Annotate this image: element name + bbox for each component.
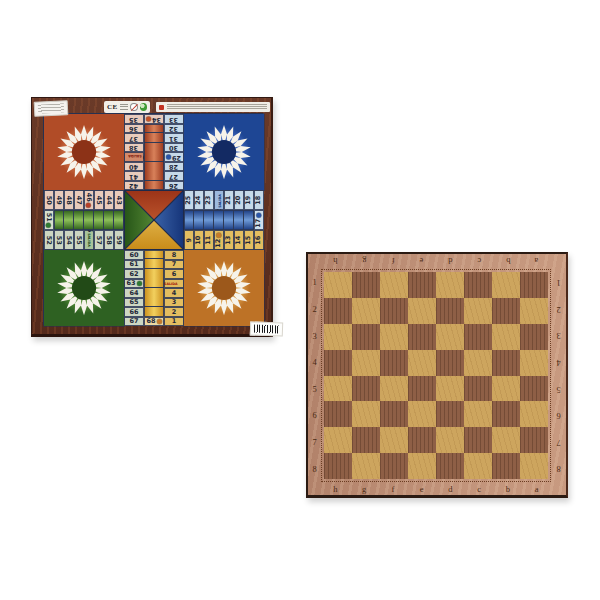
square-e5[interactable] [408,376,436,402]
square-c3[interactable] [464,324,492,350]
parchis-cell-31[interactable]: 31 [164,133,184,143]
parchis-playing-field: 3536373839SALIDA404142343332313029282726… [43,113,263,325]
coord-rank-4: 4 [551,349,566,376]
safe-space-dot-12 [217,232,222,237]
parchis-cell-27[interactable]: 27 [164,171,184,181]
parchis-arm-blue: 25242322SALIDA2120191817910111213141516 [184,190,264,250]
parchis-cell-48[interactable]: 48 [64,190,74,210]
parchis-cell-49[interactable]: 49 [54,190,64,210]
square-g8[interactable] [352,453,380,479]
barcode-bars [254,325,279,334]
cell-number: 10 [196,235,203,244]
parchis-cell-26[interactable]: 26 [164,181,184,191]
cell-number: 44 [106,195,113,204]
square-g4[interactable] [352,350,380,376]
square-c7[interactable] [464,427,492,453]
cell-number: 16 [256,235,263,244]
cell-number: 28 [169,163,178,170]
square-e2[interactable] [408,298,436,324]
cell-number: 8 [172,252,177,259]
parchis-cell-59[interactable]: 59 [114,230,124,250]
green-dot-recycle-icon [140,103,147,111]
cell-number: 22 [216,208,223,210]
parchis-cell-67[interactable]: 67 [124,317,144,327]
cell-number: 68 [146,318,155,325]
coord-file-c: c [465,482,494,495]
square-a4[interactable] [520,350,548,376]
parchis-cell-38[interactable]: 38 [124,143,144,153]
coord-rank-2: 2 [551,296,566,323]
square-h2[interactable] [324,298,352,324]
cell-number: 20 [236,195,243,204]
parchis-cell-68[interactable]: 68 [144,317,164,327]
square-f2[interactable] [380,298,408,324]
square-h5[interactable] [324,376,352,402]
square-b3[interactable] [492,324,520,350]
cell-number: 45 [96,195,103,204]
parchis-cell-45[interactable]: 45 [94,190,104,210]
square-f4[interactable] [380,350,408,376]
cell-number: 23 [206,195,213,204]
parchis-cell-30[interactable]: 30 [164,143,184,153]
parchis-cell-50[interactable]: 50 [44,190,54,210]
cell-number: 66 [129,309,138,316]
parchis-cell-47[interactable]: 47 [74,190,84,210]
parchis-cell-39[interactable]: 39SALIDA [124,152,144,162]
parchis-cell-6[interactable]: 6 [164,269,184,279]
square-d5[interactable] [436,376,464,402]
parchis-cell-24[interactable]: 24 [194,190,204,210]
parchis-cell-51[interactable]: 51 [44,210,54,230]
cell-number: 30 [169,144,178,151]
square-a6[interactable] [520,401,548,427]
coord-rank-2: 2 [308,296,321,323]
square-e1[interactable] [408,272,436,298]
coord-rank-6: 6 [551,402,566,429]
parchis-cell-22[interactable]: 22SALIDA [214,190,224,210]
cell-number: 58 [106,235,113,244]
parchis-corner-blue-nest[interactable] [184,114,264,190]
coord-rank-7: 7 [308,429,321,456]
square-d8[interactable] [436,453,464,479]
square-b6[interactable] [492,401,520,427]
cell-number: 21 [226,195,233,204]
cell-number: 26 [169,182,178,189]
parchis-cell-2[interactable]: 2 [164,307,184,317]
parchis-arm-yellow: 6061626364656667688765SALIDA4321 [124,250,184,326]
square-f6[interactable] [380,401,408,427]
cell-number: 62 [129,271,138,278]
parchis-cell-58[interactable]: 58 [104,230,114,250]
cell-number: 60 [129,252,138,259]
cell-number: 31 [169,135,178,142]
parchis-cell-4[interactable]: 4 [164,288,184,298]
parchis-cell-12[interactable]: 12 [214,230,224,250]
starburst-pattern [193,121,255,183]
parchis-cell-18[interactable]: 18 [254,190,264,210]
coord-rank-1: 1 [551,269,566,296]
safe-space-dot-68 [157,319,162,324]
age-0-3-warning-icon [130,103,138,111]
barcode-sticker [250,321,283,336]
parchis-cell-20[interactable]: 20 [234,190,244,210]
parchis-arm-green: 5049484746454443515253545556SALIDA575859 [44,190,124,250]
parchis-cell-16[interactable]: 16 [254,230,264,250]
parchis-arm-red: 3536373839SALIDA404142343332313029282726 [124,114,184,190]
square-f8[interactable] [380,453,408,479]
salida-label-56: SALIDA [87,233,91,247]
parchis-cell-21[interactable]: 21 [224,190,234,210]
chess-files-top: hgfedcba [321,254,551,269]
parchis-cell-11[interactable]: 11 [204,230,214,250]
square-g5[interactable] [352,376,380,402]
parchis-cell-57[interactable]: 57 [94,230,104,250]
center-diagonals [125,191,183,249]
cell-number: 25 [186,195,193,204]
home-path-yellow[interactable] [144,250,164,317]
parchis-cell-10[interactable]: 10 [194,230,204,250]
parchis-corner-green-nest[interactable] [44,250,124,326]
safe-space-dot-17 [257,212,262,217]
home-path-green[interactable] [54,210,124,230]
coord-rank-6: 6 [308,402,321,429]
coord-rank-5: 5 [551,376,566,403]
parchis-cell-42[interactable]: 42 [124,181,144,191]
square-c8[interactable] [464,453,492,479]
cell-number: 51 [46,212,53,221]
parchis-cell-41[interactable]: 41 [124,171,144,181]
square-a2[interactable] [520,298,548,324]
square-g1[interactable] [352,272,380,298]
coord-file-d: d [436,254,465,269]
cell-number: 37 [129,135,138,142]
cell-number: 36 [129,125,138,132]
parchis-cell-54[interactable]: 54 [64,230,74,250]
square-e4[interactable] [408,350,436,376]
square-c6[interactable] [464,401,492,427]
cell-number: 34 [152,116,161,123]
cell-number: 11 [206,235,213,244]
square-g2[interactable] [352,298,380,324]
cell-number: 1 [172,318,177,325]
parchis-cell-17[interactable]: 17 [254,210,264,230]
square-g7[interactable] [352,427,380,453]
coord-file-a: a [522,482,551,495]
parchis-cell-23[interactable]: 23 [204,190,214,210]
square-a8[interactable] [520,453,548,479]
cell-number: 15 [246,235,253,244]
brand-logo-mark [159,105,164,110]
safe-space-dot-51 [47,223,52,228]
parchis-corner-red-nest[interactable] [44,114,124,190]
cell-number: 7 [172,261,177,268]
square-d3[interactable] [436,324,464,350]
parchis-cell-65[interactable]: 65 [124,298,144,308]
cell-number: 61 [129,261,138,268]
square-c1[interactable] [464,272,492,298]
parchis-cell-14[interactable]: 14 [234,230,244,250]
parchis-board: 3536373839SALIDA404142343332313029282726… [31,97,273,337]
coord-file-f: f [379,254,408,269]
parchis-cell-43[interactable]: 43 [114,190,124,210]
parchis-cell-19[interactable]: 19 [244,190,254,210]
cell-number: 49 [56,195,63,204]
cell-number: 14 [236,235,243,244]
cell-number: 42 [129,182,138,189]
cell-number: 3 [172,299,177,306]
square-h4[interactable] [324,350,352,376]
square-h8[interactable] [324,453,352,479]
parchis-cell-56[interactable]: 56SALIDA [84,230,94,250]
parchis-cell-60[interactable]: 60 [124,250,144,260]
cell-number: 65 [129,299,138,306]
ce-mark: CE [107,103,118,111]
coord-rank-8: 8 [308,455,321,482]
cell-number: 29 [172,154,181,161]
parchis-cell-46[interactable]: 46 [84,190,94,210]
square-c5[interactable] [464,376,492,402]
square-d7[interactable] [436,427,464,453]
square-f3[interactable] [380,324,408,350]
coord-file-d: d [436,482,465,495]
parchis-cell-61[interactable]: 61 [124,260,144,270]
cell-number: 24 [196,195,203,204]
salida-label-39: SALIDA [128,155,142,159]
coord-rank-3: 3 [551,322,566,349]
cell-number: 6 [172,271,177,278]
square-d2[interactable] [436,298,464,324]
cell-number: 43 [116,195,123,204]
parchis-cell-8[interactable]: 8 [164,250,184,260]
safe-space-dot-46 [87,203,92,208]
parchis-cell-1[interactable]: 1 [164,317,184,327]
square-d6[interactable] [436,401,464,427]
parchis-cell-7[interactable]: 7 [164,260,184,270]
coord-file-e: e [407,254,436,269]
parchis-cell-36[interactable]: 36 [124,124,144,134]
square-h1[interactable] [324,272,352,298]
cell-number: 18 [256,195,263,204]
parchis-cell-25[interactable]: 25 [184,190,194,210]
home-path-red[interactable] [144,124,164,191]
cell-number: 2 [172,309,177,316]
cell-number: 57 [96,235,103,244]
square-f1[interactable] [380,272,408,298]
coord-rank-5: 5 [308,376,321,403]
safe-space-dot-34 [146,116,151,121]
parchis-cell-34[interactable]: 34 [144,114,164,124]
square-c4[interactable] [464,350,492,376]
cell-number: 54 [66,235,73,244]
coord-file-e: e [407,482,436,495]
cell-number: 63 [126,280,135,287]
parchis-cell-64[interactable]: 64 [124,288,144,298]
parchis-cell-28[interactable]: 28 [164,162,184,172]
square-e8[interactable] [408,453,436,479]
white-sticker-label [34,100,69,117]
coord-rank-4: 4 [308,349,321,376]
ce-certification-strip: CE [104,101,150,113]
cell-number: 39 [142,154,144,161]
square-b2[interactable] [492,298,520,324]
parchis-center-home [124,190,184,250]
parchis-cell-35[interactable]: 35 [124,114,144,124]
square-c2[interactable] [464,298,492,324]
cell-number: 40 [129,163,138,170]
square-g3[interactable] [352,324,380,350]
parchis-corner-orange-nest[interactable] [184,250,264,326]
salida-label-5: SALIDA [164,281,178,285]
coord-file-g: g [350,482,379,495]
square-g6[interactable] [352,401,380,427]
coord-file-h: h [321,254,350,269]
parchis-cell-62[interactable]: 62 [124,269,144,279]
parchis-cell-9[interactable]: 9 [184,230,194,250]
square-e3[interactable] [408,324,436,350]
starburst-pattern [53,257,115,319]
parchis-cell-15[interactable]: 15 [244,230,254,250]
chess-ranks-left: 12345678 [308,269,321,482]
square-f7[interactable] [380,427,408,453]
starburst-pattern [53,121,115,183]
cell-number: 59 [116,235,123,244]
cell-number: 46 [86,192,93,201]
cell-number: 35 [129,116,138,123]
parchis-cell-52[interactable]: 52 [44,230,54,250]
cell-number: 55 [76,235,83,244]
product-info-label [156,102,270,112]
square-a3[interactable] [520,324,548,350]
coord-file-g: g [350,254,379,269]
cell-number: 50 [46,195,53,204]
cell-number: 53 [56,235,63,244]
square-a1[interactable] [520,272,548,298]
square-b7[interactable] [492,427,520,453]
parchis-cell-40[interactable]: 40 [124,162,144,172]
sticker-text-lines [38,103,64,113]
salida-label-22: SALIDA [217,194,221,208]
cell-number: 64 [129,290,138,297]
cell-number: 38 [129,144,138,151]
cell-number: 12 [216,238,223,247]
cell-number: 56 [86,230,93,232]
cell-number: 33 [169,116,178,123]
cell-number: 4 [172,290,177,297]
cell-number: 19 [246,195,253,204]
cell-number: 67 [129,318,138,325]
parchis-cell-44[interactable]: 44 [104,190,114,210]
square-b4[interactable] [492,350,520,376]
coord-file-f: f [379,482,408,495]
square-d4[interactable] [436,350,464,376]
coord-file-a: a [522,254,551,269]
square-e7[interactable] [408,427,436,453]
safe-space-dot-29 [166,154,171,159]
square-h3[interactable] [324,324,352,350]
coord-rank-7: 7 [551,429,566,456]
label-text-lines [167,104,267,111]
cell-number: 52 [46,235,53,244]
square-b5[interactable] [492,376,520,402]
square-h6[interactable] [324,401,352,427]
cell-number: 47 [76,195,83,204]
coord-file-b: b [494,254,523,269]
cell-number: 9 [186,238,193,243]
coord-file-h: h [321,482,350,495]
chess-board: hgfedcba 12345678 12345678 hgfedcba [306,252,568,498]
cell-number: 48 [66,195,73,204]
cell-number: 32 [169,125,178,132]
parchis-cell-63[interactable]: 63 [124,279,144,289]
square-d1[interactable] [436,272,464,298]
square-f5[interactable] [380,376,408,402]
parchis-cell-66[interactable]: 66 [124,307,144,317]
parchis-cell-3[interactable]: 3 [164,298,184,308]
coord-file-b: b [494,482,523,495]
parchis-cell-55[interactable]: 55 [74,230,84,250]
square-h7[interactable] [324,427,352,453]
square-a7[interactable] [520,427,548,453]
square-e6[interactable] [408,401,436,427]
parchis-cell-32[interactable]: 32 [164,124,184,134]
parchis-cell-33[interactable]: 33 [164,114,184,124]
chess-squares-grid [324,272,548,479]
starburst-pattern [193,257,255,319]
coord-rank-8: 8 [551,455,566,482]
square-a5[interactable] [520,376,548,402]
coord-rank-1: 1 [308,269,321,296]
ce-fine-print [120,104,128,111]
coord-rank-3: 3 [308,322,321,349]
parchis-cell-53[interactable]: 53 [54,230,64,250]
parchis-cell-5[interactable]: 5SALIDA [164,279,184,289]
chess-files-bottom: hgfedcba [321,482,551,495]
chess-grid-inlay-border [321,269,551,482]
home-path-blue[interactable] [184,210,254,230]
square-b8[interactable] [492,453,520,479]
safe-space-dot-63 [137,281,142,286]
parchis-cell-37[interactable]: 37 [124,133,144,143]
parchis-cell-29[interactable]: 29 [164,152,184,162]
chess-ranks-right: 12345678 [551,269,566,482]
cell-number: 17 [256,218,263,227]
square-b1[interactable] [492,272,520,298]
parchis-cell-13[interactable]: 13 [224,230,234,250]
cell-number: 41 [129,173,138,180]
cell-number: 13 [226,235,233,244]
coord-file-c: c [465,254,494,269]
cell-number: 27 [169,173,178,180]
